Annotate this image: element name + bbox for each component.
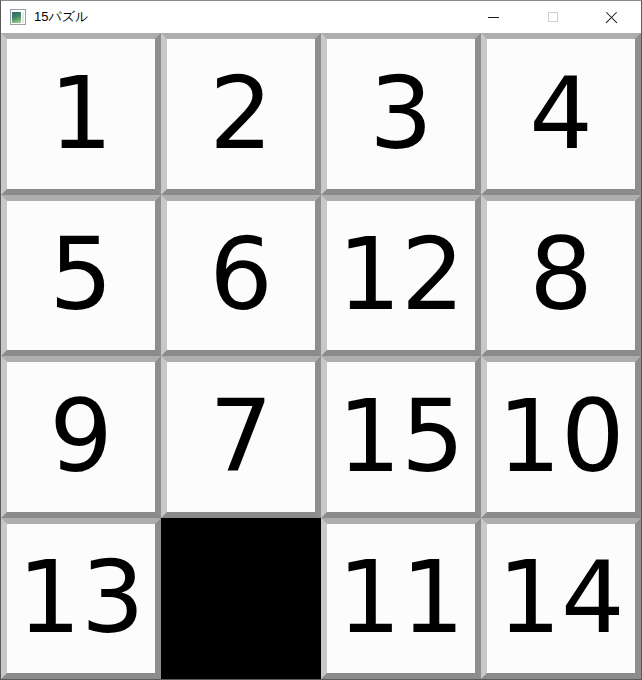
window-controls: [464, 1, 641, 33]
window-title: 15パズル: [34, 8, 88, 26]
tile-r3c4[interactable]: 10: [481, 356, 641, 518]
tile-r3c2[interactable]: 7: [161, 356, 321, 518]
maximize-button[interactable]: [523, 1, 582, 33]
app-icon-image: [12, 12, 21, 23]
tile-r2c2[interactable]: 6: [161, 195, 321, 357]
close-button[interactable]: [582, 1, 641, 33]
tile-r1c2[interactable]: 2: [161, 33, 321, 195]
tile-r3c3[interactable]: 15: [321, 356, 481, 518]
tile-r2c4[interactable]: 8: [481, 195, 641, 357]
tile-r4c1[interactable]: 13: [1, 518, 161, 680]
minimize-button[interactable]: [464, 1, 523, 33]
app-icon-strip: [22, 12, 24, 23]
tile-r1c1[interactable]: 1: [1, 33, 161, 195]
app-window: 15パズル 1 2 3 4 5 6 12 8 9 7 15 10 13 11 1…: [0, 0, 642, 680]
maximize-icon: [548, 12, 558, 22]
puzzle-board: 1 2 3 4 5 6 12 8 9 7 15 10 13 11 14: [1, 33, 641, 679]
tile-r4c4[interactable]: 14: [481, 518, 641, 680]
tile-r1c4[interactable]: 4: [481, 33, 641, 195]
close-icon: [605, 11, 618, 24]
app-icon: [10, 9, 26, 25]
tile-r2c3[interactable]: 12: [321, 195, 481, 357]
tile-r3c1[interactable]: 9: [1, 356, 161, 518]
minimize-icon: [488, 17, 499, 18]
tile-r2c1[interactable]: 5: [1, 195, 161, 357]
tile-r4c3[interactable]: 11: [321, 518, 481, 680]
titlebar[interactable]: 15パズル: [1, 1, 641, 33]
tile-r1c3[interactable]: 3: [321, 33, 481, 195]
tile-r4c2: [161, 518, 321, 680]
